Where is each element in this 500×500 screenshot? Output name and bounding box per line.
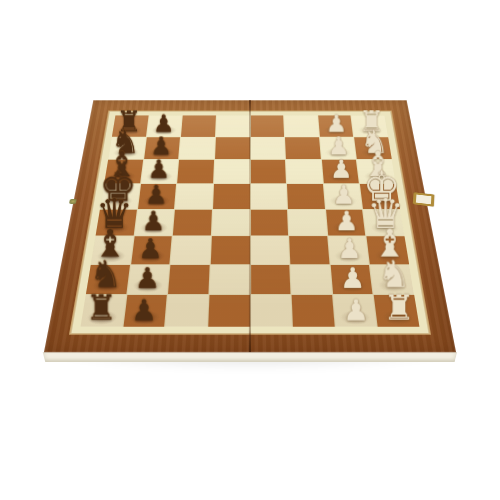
square-r4c4[interactable] [213, 184, 250, 209]
square-r4c5[interactable] [250, 184, 287, 209]
square-r7c6[interactable] [290, 265, 331, 295]
square-r8c1[interactable]: ♜ [81, 295, 126, 326]
piece-black-pawn[interactable]: ♟ [131, 296, 157, 325]
square-r7c5[interactable] [251, 265, 291, 295]
square-r5c2[interactable]: ♟ [134, 209, 174, 235]
square-r1c3[interactable] [181, 116, 216, 137]
hinge-pin [69, 199, 77, 204]
square-r3c4[interactable] [214, 160, 250, 183]
piece-black-pawn[interactable]: ♟ [138, 235, 163, 263]
square-r6c6[interactable] [289, 236, 329, 264]
square-r5c5[interactable] [251, 209, 289, 235]
square-r3c5[interactable] [250, 160, 286, 183]
piece-black-pawn[interactable]: ♟ [135, 264, 160, 292]
board-side-rim [43, 352, 457, 362]
square-r4c6[interactable] [287, 184, 325, 209]
square-r6c3[interactable] [171, 236, 211, 264]
piece-white-pawn[interactable]: ♟ [332, 181, 355, 207]
square-r8c2[interactable]: ♟ [123, 295, 167, 326]
square-r8c3[interactable] [166, 295, 209, 326]
square-r1c6[interactable] [284, 116, 319, 137]
square-r5c7[interactable]: ♟ [326, 209, 366, 235]
square-r2c6[interactable] [285, 137, 321, 159]
square-r1c5[interactable] [250, 116, 284, 137]
square-r8c7[interactable]: ♟ [333, 295, 377, 326]
photo-canvas: ♜♟♟♜♞♟♟♞♝♟♟♝♚♟♟♚♛♟♟♛♝♟♟♝♞♟♟♞♜♟♟♜ [0, 0, 500, 500]
square-r4c3[interactable] [175, 184, 213, 209]
piece-black-pawn[interactable]: ♟ [141, 207, 165, 234]
piece-white-pawn[interactable]: ♟ [335, 207, 359, 234]
chess-board: ♜♟♟♜♞♟♟♞♝♟♟♝♚♟♟♚♛♟♟♛♝♟♟♝♞♟♟♞♜♟♟♜ [44, 100, 456, 352]
square-r3c6[interactable] [286, 160, 323, 183]
square-r3c3[interactable] [177, 160, 214, 183]
square-r5c4[interactable] [212, 209, 250, 235]
square-r6c2[interactable]: ♟ [131, 236, 172, 264]
piece-black-pawn[interactable]: ♟ [147, 157, 170, 182]
perspective-container: ♜♟♟♜♞♟♟♞♝♟♟♝♚♟♟♚♛♟♟♛♝♟♟♝♞♟♟♞♜♟♟♜ [0, 0, 500, 500]
square-r8c5[interactable] [251, 295, 292, 326]
piece-white-pawn[interactable]: ♟ [330, 157, 353, 182]
square-r5c3[interactable] [173, 209, 212, 235]
brass-clasp [413, 192, 435, 207]
square-r6c5[interactable] [251, 236, 290, 264]
piece-black-pawn[interactable]: ♟ [144, 181, 167, 207]
square-r6c4[interactable] [211, 236, 250, 264]
square-r7c4[interactable] [209, 265, 249, 295]
square-r2c4[interactable] [215, 137, 250, 159]
piece-white-pawn[interactable]: ♟ [343, 296, 369, 325]
square-r8c6[interactable] [292, 295, 335, 326]
square-r1c4[interactable] [216, 116, 250, 137]
square-r5c6[interactable] [288, 209, 327, 235]
square-r6c7[interactable]: ♟ [328, 236, 369, 264]
piece-black-rook[interactable]: ♜ [86, 290, 117, 325]
square-r7c7[interactable]: ♟ [330, 265, 373, 295]
square-r8c4[interactable] [208, 295, 249, 326]
piece-white-rook[interactable]: ♜ [383, 290, 414, 325]
piece-white-pawn[interactable]: ♟ [340, 264, 365, 292]
square-r7c3[interactable] [168, 265, 209, 295]
square-r2c5[interactable] [250, 137, 285, 159]
piece-white-pawn[interactable]: ♟ [337, 235, 362, 263]
square-r7c2[interactable]: ♟ [127, 265, 170, 295]
square-r8c8[interactable]: ♜ [374, 295, 419, 326]
square-r2c3[interactable] [179, 137, 215, 159]
